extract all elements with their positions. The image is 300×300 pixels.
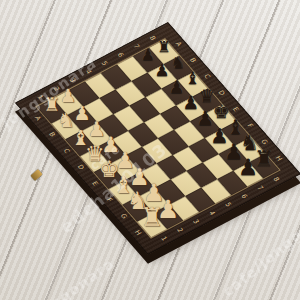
rank-label: 3 [68, 77, 77, 83]
file-label: G [119, 213, 128, 220]
rank-label: 5 [224, 202, 233, 208]
file-label: B [48, 131, 57, 137]
photo-scene: AABBCCDDEEFFGGHH1122334455667788 ♜♞♝♛♚♝♞… [0, 0, 300, 300]
rank-label: 7 [256, 185, 265, 191]
rank-label: 7 [132, 43, 141, 49]
rank-label: 4 [84, 69, 93, 75]
file-label: C [62, 148, 71, 155]
file-label: H [133, 229, 142, 236]
rank-label: 2 [52, 86, 61, 92]
file-label: E [231, 106, 240, 112]
file-label: D [76, 164, 85, 171]
file-label: A [33, 115, 42, 121]
file-label: H [274, 155, 283, 162]
chess-board: AABBCCDDEEFFGGHH1122334455667788 [15, 22, 300, 255]
file-label: C [202, 74, 211, 81]
rank-label: 5 [100, 60, 109, 66]
file-label: F [246, 123, 254, 129]
file-label: D [217, 90, 226, 97]
watermark: jonggonara [23, 255, 117, 300]
rank-label: 6 [240, 193, 249, 199]
file-label: G [259, 139, 268, 146]
rank-label: 6 [116, 52, 125, 58]
rank-label: 2 [175, 227, 184, 233]
rank-label: 3 [192, 219, 201, 225]
brass-clasp [30, 169, 42, 181]
file-label: F [105, 197, 113, 203]
rank-label: 8 [148, 35, 157, 41]
file-label: B [188, 57, 197, 63]
rank-label: 1 [159, 236, 168, 242]
rank-label: 4 [208, 210, 217, 216]
file-label: A [174, 41, 183, 47]
rank-label: 1 [36, 94, 45, 100]
rank-label: 8 [272, 176, 281, 182]
file-label: E [91, 181, 100, 187]
